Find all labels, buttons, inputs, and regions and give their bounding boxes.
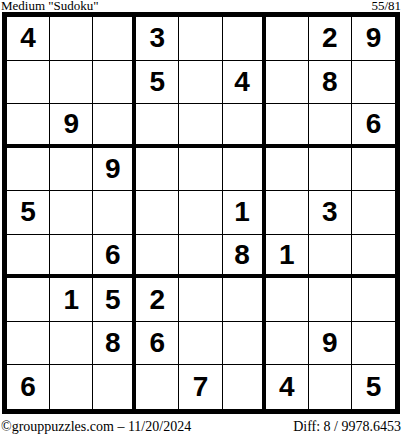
cell-r2c4: 5: [136, 61, 179, 105]
cell-r8c8: 9: [309, 322, 352, 366]
cell-r5c1: 5: [7, 191, 50, 235]
cell-r2c5[interactable]: [179, 61, 222, 105]
cell-r6c8[interactable]: [309, 235, 352, 279]
cell-r7c5[interactable]: [179, 278, 222, 322]
cell-r2c1[interactable]: [7, 61, 50, 105]
cell-r3c8[interactable]: [309, 104, 352, 148]
cell-r1c5[interactable]: [179, 17, 222, 61]
cell-r5c2[interactable]: [50, 191, 93, 235]
cell-r8c1[interactable]: [7, 322, 50, 366]
cell-r5c9[interactable]: [352, 191, 395, 235]
cell-r1c6[interactable]: [223, 17, 266, 61]
cell-r5c3[interactable]: [93, 191, 136, 235]
cell-r4c2[interactable]: [50, 148, 93, 192]
cell-r7c7[interactable]: [266, 278, 309, 322]
cell-r3c3[interactable]: [93, 104, 136, 148]
cell-r8c2[interactable]: [50, 322, 93, 366]
cell-r3c6[interactable]: [223, 104, 266, 148]
cell-r7c3: 5: [93, 278, 136, 322]
cell-r7c9[interactable]: [352, 278, 395, 322]
cell-r7c8[interactable]: [309, 278, 352, 322]
cell-r2c8: 8: [309, 61, 352, 105]
cell-r4c9[interactable]: [352, 148, 395, 192]
cell-r6c1[interactable]: [7, 235, 50, 279]
cell-r9c8[interactable]: [309, 365, 352, 409]
cell-r9c5: 7: [179, 365, 222, 409]
cell-r4c5[interactable]: [179, 148, 222, 192]
sudoku-page: Medium "Sudoku" 55/81 432954896951368115…: [0, 0, 402, 437]
cell-r5c5[interactable]: [179, 191, 222, 235]
cell-r5c6: 1: [223, 191, 266, 235]
cell-r8c3: 8: [93, 322, 136, 366]
cell-r6c6: 8: [223, 235, 266, 279]
cell-r4c4[interactable]: [136, 148, 179, 192]
cell-r8c5[interactable]: [179, 322, 222, 366]
cell-r9c3[interactable]: [93, 365, 136, 409]
cell-r3c9: 6: [352, 104, 395, 148]
cell-r3c1[interactable]: [7, 104, 50, 148]
cell-r3c4[interactable]: [136, 104, 179, 148]
cell-r3c5[interactable]: [179, 104, 222, 148]
cell-r8c9[interactable]: [352, 322, 395, 366]
cell-r8c7[interactable]: [266, 322, 309, 366]
cell-r6c7: 1: [266, 235, 309, 279]
cell-r2c7[interactable]: [266, 61, 309, 105]
sudoku-board: 43295489695136811528696745: [2, 12, 400, 414]
cell-r2c3[interactable]: [93, 61, 136, 105]
cell-r8c4: 6: [136, 322, 179, 366]
cell-r9c2[interactable]: [50, 365, 93, 409]
cell-r4c8[interactable]: [309, 148, 352, 192]
cell-r4c6[interactable]: [223, 148, 266, 192]
cell-r4c1[interactable]: [7, 148, 50, 192]
copyright-date: ©grouppuzzles.com – 11/20/2024: [1, 419, 191, 434]
cell-r5c7[interactable]: [266, 191, 309, 235]
cell-r3c2: 9: [50, 104, 93, 148]
progress-counter: 55/81: [371, 0, 401, 12]
cell-r1c7[interactable]: [266, 17, 309, 61]
footer: ©grouppuzzles.com – 11/20/2024 Diff: 8 /…: [0, 419, 402, 434]
header: Medium "Sudoku" 55/81: [0, 0, 402, 12]
cell-r9c1: 6: [7, 365, 50, 409]
cell-r3c7[interactable]: [266, 104, 309, 148]
cell-r7c4: 2: [136, 278, 179, 322]
cell-r7c6[interactable]: [223, 278, 266, 322]
cell-r1c8: 2: [309, 17, 352, 61]
cell-r9c6[interactable]: [223, 365, 266, 409]
cell-r7c1[interactable]: [7, 278, 50, 322]
cell-r9c7: 4: [266, 365, 309, 409]
cell-r5c8: 3: [309, 191, 352, 235]
cell-r9c9: 5: [352, 365, 395, 409]
cell-r6c5[interactable]: [179, 235, 222, 279]
cell-r9c4[interactable]: [136, 365, 179, 409]
cell-r7c2: 1: [50, 278, 93, 322]
cell-r5c4[interactable]: [136, 191, 179, 235]
cell-r1c9: 9: [352, 17, 395, 61]
cell-r4c3: 9: [93, 148, 136, 192]
puzzle-title: Medium "Sudoku": [1, 0, 99, 12]
cell-r6c2[interactable]: [50, 235, 93, 279]
cell-r6c4[interactable]: [136, 235, 179, 279]
cell-r6c3: 6: [93, 235, 136, 279]
cell-r2c2[interactable]: [50, 61, 93, 105]
difficulty-label: Diff: 8 / 9978.6453: [293, 419, 401, 434]
cell-r8c6[interactable]: [223, 322, 266, 366]
cell-r1c2[interactable]: [50, 17, 93, 61]
cell-r1c1: 4: [7, 17, 50, 61]
cell-r2c9[interactable]: [352, 61, 395, 105]
cell-r2c6: 4: [223, 61, 266, 105]
cell-r1c4: 3: [136, 17, 179, 61]
cell-r1c3[interactable]: [93, 17, 136, 61]
cell-r6c9[interactable]: [352, 235, 395, 279]
cell-r4c7[interactable]: [266, 148, 309, 192]
